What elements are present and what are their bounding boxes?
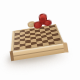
checker-piece-red[interactable]: ⛂ (43, 19, 52, 26)
pieces-layer: ⛂⛂⛂⛂ (5, 6, 66, 62)
wooden-checkers-box: ⛂⛂⛂⛂ (5, 6, 66, 62)
checkers-set-photo: ⛂⛂⛂⛂ (5, 10, 75, 72)
checker-glyph: ⛂ (44, 20, 50, 27)
